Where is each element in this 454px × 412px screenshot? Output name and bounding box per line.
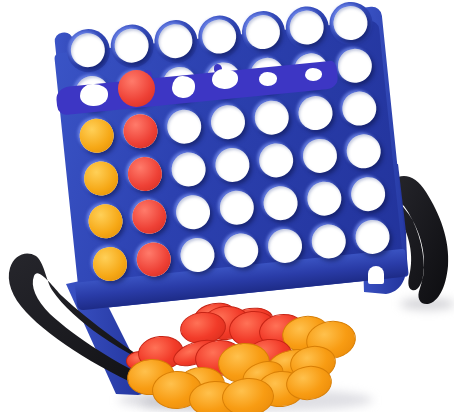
connect-four-photo [0, 0, 454, 412]
connect-four-board [51, 0, 411, 312]
hole-peek-patch [305, 68, 322, 81]
red-disc-overlay [118, 70, 155, 107]
right-post-arch-cutout [368, 266, 384, 284]
hole-peek-patch [172, 76, 195, 98]
hole-peek-patch [259, 72, 277, 86]
hole-peek-patch [212, 69, 238, 89]
hole-peek-patch [80, 84, 108, 106]
